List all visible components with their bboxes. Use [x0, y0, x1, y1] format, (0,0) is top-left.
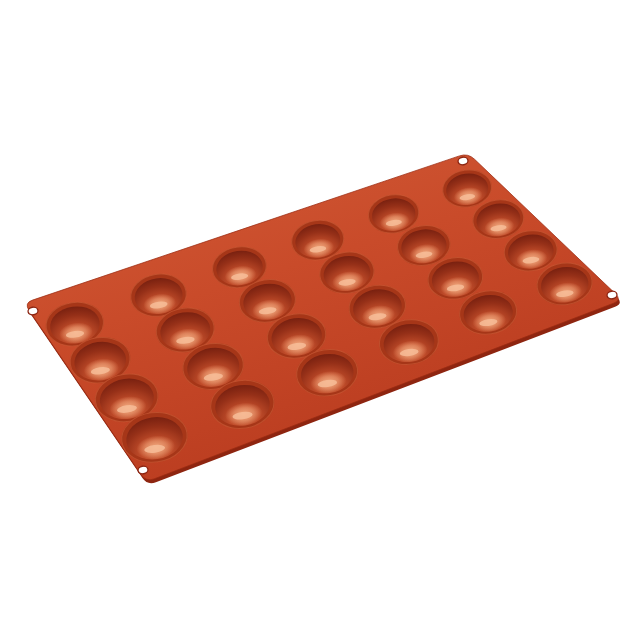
- product-photo: [0, 0, 640, 640]
- mold-sheet: [27, 155, 618, 480]
- silicone-mold: [0, 0, 640, 640]
